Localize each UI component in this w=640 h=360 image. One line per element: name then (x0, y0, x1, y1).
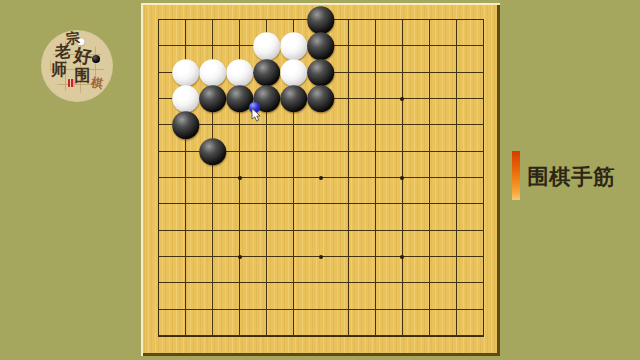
board-intersection[interactable] (470, 86, 497, 112)
board-intersection[interactable] (362, 191, 389, 217)
board-intersection[interactable] (226, 33, 253, 59)
board-intersection[interactable] (253, 217, 280, 243)
board-intersection[interactable] (145, 112, 172, 138)
board-intersection[interactable] (145, 59, 172, 85)
caption-accent-bar (512, 151, 520, 200)
board-intersection[interactable] (199, 296, 226, 322)
board-intersection[interactable] (416, 138, 443, 164)
board-intersection[interactable] (389, 270, 416, 296)
board-intersection[interactable] (308, 296, 335, 322)
board-intersection[interactable] (335, 59, 362, 85)
board-intersection[interactable] (335, 165, 362, 191)
board-intersection[interactable] (308, 112, 335, 138)
title-caption: 围棋手筋 (512, 150, 632, 202)
board-intersection[interactable] (172, 191, 199, 217)
board-intersection[interactable] (443, 86, 470, 112)
board-intersection[interactable] (308, 33, 335, 59)
board-intersection[interactable] (253, 165, 280, 191)
board-intersection[interactable] (335, 191, 362, 217)
logo-char: 师 (51, 62, 67, 78)
board-intersection[interactable] (280, 296, 307, 322)
board-intersection[interactable] (362, 138, 389, 164)
board-intersection[interactable] (335, 33, 362, 59)
pointer-arrow-icon (251, 108, 261, 122)
board-intersection[interactable] (389, 112, 416, 138)
board-intersection[interactable] (335, 270, 362, 296)
board-intersection[interactable] (172, 86, 199, 112)
board-intersection[interactable] (362, 244, 389, 270)
board-intersection[interactable] (335, 7, 362, 33)
board-intersection[interactable] (389, 191, 416, 217)
board-intersection[interactable] (362, 323, 389, 349)
board-intersection[interactable] (199, 217, 226, 243)
board-intersection[interactable] (226, 112, 253, 138)
board-intersection[interactable] (145, 217, 172, 243)
board-intersection[interactable] (280, 33, 307, 59)
board-intersection[interactable] (308, 138, 335, 164)
board-intersection[interactable] (443, 33, 470, 59)
board-intersection[interactable] (389, 138, 416, 164)
board-intersection[interactable] (416, 112, 443, 138)
board-intersection[interactable] (389, 296, 416, 322)
board-intersection[interactable] (226, 270, 253, 296)
board-intersection[interactable] (199, 244, 226, 270)
board-intersection[interactable] (443, 138, 470, 164)
board-intersection[interactable] (470, 138, 497, 164)
board-intersection[interactable] (145, 165, 172, 191)
board-intersection[interactable] (335, 244, 362, 270)
board-intersection[interactable] (389, 33, 416, 59)
board-intersection[interactable] (470, 270, 497, 296)
board-intersection[interactable] (335, 112, 362, 138)
board-intersection[interactable] (416, 165, 443, 191)
board-intersection[interactable] (443, 112, 470, 138)
channel-logo: 宗 老 师 好 围 棋 (41, 30, 113, 102)
board-intersection[interactable] (362, 112, 389, 138)
board-intersection[interactable] (443, 323, 470, 349)
board-intersection[interactable] (335, 86, 362, 112)
board-intersection[interactable] (172, 323, 199, 349)
board-intersection[interactable] (280, 59, 307, 85)
board-intersection[interactable] (145, 86, 172, 112)
board-intersection[interactable] (416, 59, 443, 85)
board-intersection[interactable] (416, 191, 443, 217)
caption-text: 围棋手筋 (527, 162, 615, 191)
board-intersection[interactable] (280, 112, 307, 138)
board-intersections[interactable] (145, 7, 497, 349)
board-intersection[interactable] (145, 296, 172, 322)
board-intersection[interactable] (416, 33, 443, 59)
board-intersection[interactable] (226, 296, 253, 322)
board-intersection[interactable] (253, 244, 280, 270)
board-intersection[interactable] (199, 270, 226, 296)
board-intersection[interactable] (470, 59, 497, 85)
board-intersection[interactable] (145, 7, 172, 33)
board-intersection[interactable] (172, 33, 199, 59)
board-intersection[interactable] (416, 270, 443, 296)
board-intersection[interactable] (226, 217, 253, 243)
board-intersection[interactable] (308, 244, 335, 270)
board-intersection[interactable] (280, 165, 307, 191)
board-intersection[interactable] (443, 7, 470, 33)
board-intersection[interactable] (308, 165, 335, 191)
board-intersection[interactable] (470, 244, 497, 270)
board-intersection[interactable] (280, 191, 307, 217)
board-intersection[interactable] (470, 165, 497, 191)
board-intersection[interactable] (280, 217, 307, 243)
board-intersection[interactable] (253, 296, 280, 322)
board-intersection[interactable] (226, 165, 253, 191)
board-intersection[interactable] (308, 323, 335, 349)
board-intersection[interactable] (443, 165, 470, 191)
board-intersection[interactable] (308, 86, 335, 112)
board-intersection[interactable] (443, 296, 470, 322)
logo-char: 棋 (90, 76, 104, 90)
board-intersection[interactable] (172, 112, 199, 138)
board-intersection[interactable] (145, 191, 172, 217)
board-intersection[interactable] (226, 323, 253, 349)
logo-char: 老 (54, 43, 71, 60)
board-intersection[interactable] (335, 323, 362, 349)
logo-char: 围 (75, 68, 91, 84)
board-intersection[interactable] (172, 59, 199, 85)
board-intersection[interactable] (172, 165, 199, 191)
board-intersection[interactable] (389, 244, 416, 270)
board-intersection[interactable] (443, 270, 470, 296)
board-intersection[interactable] (362, 270, 389, 296)
board-intersection[interactable] (443, 244, 470, 270)
board-intersection[interactable] (280, 323, 307, 349)
board-intersection[interactable] (443, 191, 470, 217)
board-intersection[interactable] (416, 7, 443, 33)
board-intersection[interactable] (335, 296, 362, 322)
board-intersection[interactable] (253, 59, 280, 85)
board-intersection[interactable] (389, 86, 416, 112)
board-intersection[interactable] (226, 191, 253, 217)
board-intersection[interactable] (253, 323, 280, 349)
board-intersection[interactable] (172, 244, 199, 270)
board-intersection[interactable] (389, 59, 416, 85)
board-intersection[interactable] (280, 7, 307, 33)
logo-black-stone-icon (92, 55, 100, 63)
board-intersection[interactable] (253, 138, 280, 164)
board-intersection[interactable] (416, 296, 443, 322)
board-intersection[interactable] (308, 270, 335, 296)
board-intersection[interactable] (172, 296, 199, 322)
board-intersection[interactable] (416, 86, 443, 112)
board-intersection[interactable] (335, 217, 362, 243)
board-intersection[interactable] (280, 138, 307, 164)
board-intersection[interactable] (362, 217, 389, 243)
board-intersection[interactable] (199, 138, 226, 164)
board-intersection[interactable] (145, 33, 172, 59)
go-board (141, 3, 500, 356)
board-intersection[interactable] (199, 59, 226, 85)
logo-seal-stamp-icon (68, 79, 75, 87)
board-intersection[interactable] (308, 217, 335, 243)
board-intersection[interactable] (389, 165, 416, 191)
board-intersection[interactable] (199, 165, 226, 191)
board-intersection[interactable] (253, 33, 280, 59)
board-intersection[interactable] (470, 7, 497, 33)
board-intersection[interactable] (253, 191, 280, 217)
board-intersection[interactable] (280, 270, 307, 296)
board-intersection[interactable] (199, 191, 226, 217)
board-intersection[interactable] (253, 7, 280, 33)
board-intersection[interactable] (308, 59, 335, 85)
board-intersection[interactable] (145, 323, 172, 349)
board-intersection[interactable] (362, 33, 389, 59)
board-intersection[interactable] (470, 217, 497, 243)
board-intersection[interactable] (226, 59, 253, 85)
board-intersection[interactable] (470, 296, 497, 322)
video-frame: 宗 老 师 好 围 棋 围棋手筋 (0, 0, 640, 360)
board-intersection[interactable] (416, 217, 443, 243)
board-intersection[interactable] (145, 270, 172, 296)
board-intersection[interactable] (280, 244, 307, 270)
board-intersection[interactable] (389, 323, 416, 349)
board-intersection[interactable] (416, 244, 443, 270)
board-intersection[interactable] (335, 138, 362, 164)
board-intersection[interactable] (443, 217, 470, 243)
board-intersection[interactable] (362, 296, 389, 322)
board-intersection[interactable] (362, 59, 389, 85)
board-intersection[interactable] (470, 112, 497, 138)
board-intersection[interactable] (308, 191, 335, 217)
board-intersection[interactable] (389, 7, 416, 33)
board-intersection[interactable] (226, 138, 253, 164)
board-intersection[interactable] (362, 165, 389, 191)
board-intersection[interactable] (470, 33, 497, 59)
board-intersection[interactable] (389, 217, 416, 243)
board-intersection[interactable] (362, 86, 389, 112)
board-intersection[interactable] (199, 323, 226, 349)
board-intersection[interactable] (172, 270, 199, 296)
board-intersection[interactable] (145, 244, 172, 270)
board-intersection[interactable] (308, 7, 335, 33)
board-intersection[interactable] (226, 244, 253, 270)
board-intersection[interactable] (172, 138, 199, 164)
board-intersection[interactable] (199, 7, 226, 33)
board-intersection[interactable] (470, 191, 497, 217)
board-intersection[interactable] (362, 7, 389, 33)
board-intersection[interactable] (172, 217, 199, 243)
board-intersection[interactable] (199, 112, 226, 138)
board-intersection[interactable] (172, 7, 199, 33)
board-intersection[interactable] (226, 7, 253, 33)
logo-char: 好 (72, 46, 92, 66)
board-intersection[interactable] (443, 59, 470, 85)
board-intersection[interactable] (145, 138, 172, 164)
board-intersection[interactable] (470, 323, 497, 349)
board-intersection[interactable] (199, 33, 226, 59)
board-intersection[interactable] (280, 86, 307, 112)
board-intersection[interactable] (253, 270, 280, 296)
board-intersection[interactable] (416, 323, 443, 349)
board-intersection[interactable] (199, 86, 226, 112)
